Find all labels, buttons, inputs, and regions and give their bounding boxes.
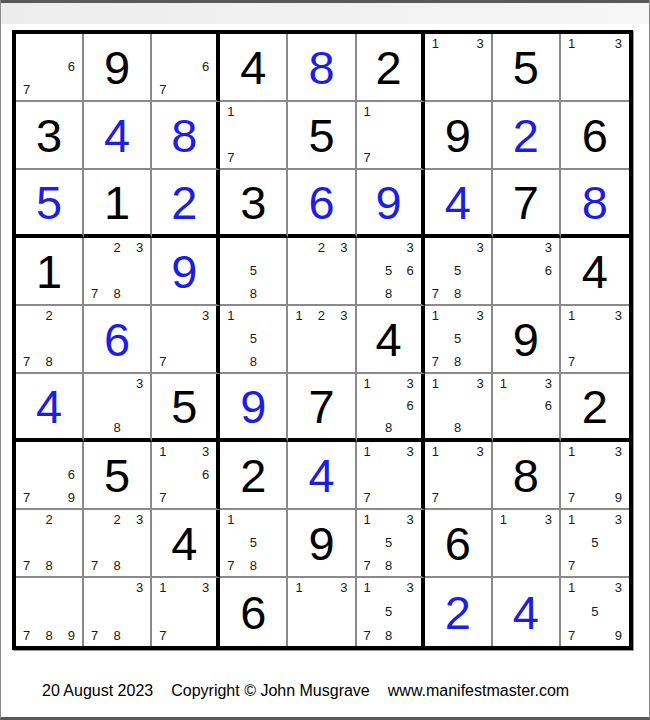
- pencil-mark-7: 7: [159, 355, 166, 368]
- pencil-mark-7: 7: [159, 491, 166, 504]
- pencil-mark-7: 7: [91, 559, 98, 572]
- pencil-mark-8: 8: [250, 287, 257, 300]
- cell-r4c6[interactable]: 3568: [357, 238, 425, 306]
- footer-credit: 20 August 2023Copyright © John Musgravew…: [42, 682, 569, 700]
- pencil-mark-3: 3: [545, 513, 552, 526]
- pencil-mark-1: 1: [227, 513, 234, 526]
- pencil-mark-5: 5: [591, 536, 598, 549]
- pencil-mark-1: 1: [364, 581, 371, 594]
- cell-r1c4[interactable]: 4: [220, 34, 288, 102]
- pencil-mark-3: 3: [477, 445, 484, 458]
- pencil-mark-7: 7: [364, 151, 371, 164]
- given-digit: 5: [171, 383, 197, 430]
- pencil-mark-7: 7: [227, 559, 234, 572]
- pencil-mark-1: 1: [295, 581, 302, 594]
- solved-digit: 2: [171, 179, 197, 226]
- solved-digit: 8: [171, 112, 197, 159]
- cell-r3c7[interactable]: 4: [425, 170, 493, 238]
- cell-r5c4[interactable]: 158: [220, 306, 288, 374]
- cell-r2c1[interactable]: 3: [16, 102, 84, 170]
- solved-digit: 6: [104, 316, 130, 363]
- cell-r4c3[interactable]: 9: [152, 238, 220, 306]
- pencil-mark-3: 3: [406, 581, 413, 594]
- pencil-mark-2: 2: [318, 241, 325, 254]
- given-digit: 6: [582, 112, 608, 159]
- pencil-mark-3: 3: [136, 513, 143, 526]
- cell-r7c1[interactable]: 679: [16, 442, 84, 510]
- pencil-marks: 1367: [159, 445, 209, 504]
- pencil-mark-3: 3: [136, 377, 143, 390]
- cell-r3c8[interactable]: 7: [493, 170, 561, 238]
- cell-r7c2[interactable]: 5: [84, 442, 152, 510]
- pencil-mark-8: 8: [114, 629, 121, 642]
- pencil-marks: 1379: [568, 445, 622, 504]
- pencil-mark-5: 5: [250, 264, 257, 277]
- pencil-mark-3: 3: [340, 241, 347, 254]
- pencil-mark-3: 3: [477, 37, 484, 50]
- pencil-mark-8: 8: [454, 355, 461, 368]
- pencil-mark-8: 8: [385, 421, 392, 434]
- pencil-marks: 3578: [432, 241, 484, 300]
- pencil-mark-3: 3: [406, 377, 413, 390]
- pencil-marks: 1578: [227, 513, 279, 572]
- pencil-marks: 679: [23, 445, 75, 504]
- pencil-mark-7: 7: [23, 355, 30, 368]
- cell-r7c7[interactable]: 137: [425, 442, 493, 510]
- pencil-marks: 137: [432, 445, 484, 504]
- pencil-mark-8: 8: [385, 287, 392, 300]
- pencil-marks: 13: [295, 581, 347, 642]
- pencil-mark-2: 2: [114, 241, 121, 254]
- pencil-mark-9: 9: [615, 629, 622, 642]
- pencil-mark-3: 3: [615, 37, 622, 50]
- pencil-mark-1: 1: [432, 309, 439, 322]
- cell-r2c7[interactable]: 9: [425, 102, 493, 170]
- pencil-mark-8: 8: [454, 421, 461, 434]
- given-digit: 9: [513, 316, 539, 363]
- cell-r9c2[interactable]: 378: [84, 578, 152, 646]
- pencil-mark-7: 7: [568, 355, 575, 368]
- pencil-mark-3: 3: [545, 377, 552, 390]
- cell-r1c6[interactable]: 2: [357, 34, 425, 102]
- cell-r1c9[interactable]: 13: [561, 34, 629, 102]
- pencil-mark-1: 1: [500, 377, 507, 390]
- solved-digit: 9: [171, 248, 197, 295]
- pencil-mark-6: 6: [545, 399, 552, 412]
- cell-r6c7[interactable]: 138: [425, 374, 493, 442]
- pencil-mark-5: 5: [385, 605, 392, 618]
- solved-digit: 2: [445, 589, 471, 636]
- pencil-mark-7: 7: [568, 629, 575, 642]
- cell-r2c6[interactable]: 17: [357, 102, 425, 170]
- pencil-marks: 13: [568, 37, 622, 96]
- pencil-marks: 123: [295, 309, 347, 368]
- cell-r6c8[interactable]: 136: [493, 374, 561, 442]
- cell-r2c2[interactable]: 4: [84, 102, 152, 170]
- pencil-mark-8: 8: [114, 559, 121, 572]
- cell-r7c4[interactable]: 2: [220, 442, 288, 510]
- pencil-mark-2: 2: [114, 513, 121, 526]
- solved-digit: 4: [513, 589, 539, 636]
- cell-r6c2[interactable]: 38: [84, 374, 152, 442]
- pencil-mark-6: 6: [406, 264, 413, 277]
- cell-r9c5[interactable]: 13: [288, 578, 356, 646]
- pencil-mark-7: 7: [364, 629, 371, 642]
- pencil-mark-1: 1: [227, 309, 234, 322]
- pencil-mark-6: 6: [406, 399, 413, 412]
- pencil-mark-1: 1: [432, 445, 439, 458]
- pencil-mark-7: 7: [91, 629, 98, 642]
- pencil-marks: 13578: [364, 513, 414, 572]
- cell-r6c9[interactable]: 2: [561, 374, 629, 442]
- cell-r5c2[interactable]: 6: [84, 306, 152, 374]
- solved-digit: 6: [308, 179, 334, 226]
- cell-r3c2[interactable]: 1: [84, 170, 152, 238]
- given-digit: 2: [582, 383, 608, 430]
- cell-r2c3[interactable]: 8: [152, 102, 220, 170]
- given-digit: 9: [445, 112, 471, 159]
- cell-r1c8[interactable]: 5: [493, 34, 561, 102]
- cell-r6c5[interactable]: 7: [288, 374, 356, 442]
- cell-r7c6[interactable]: 137: [357, 442, 425, 510]
- pencil-mark-3: 3: [615, 445, 622, 458]
- pencil-mark-3: 3: [340, 309, 347, 322]
- pencil-marks: 136: [500, 377, 552, 434]
- pencil-mark-3: 3: [477, 241, 484, 254]
- given-digit: 4: [171, 520, 197, 567]
- pencil-mark-1: 1: [568, 581, 575, 594]
- pencil-mark-8: 8: [114, 287, 121, 300]
- cell-r9c8[interactable]: 4: [493, 578, 561, 646]
- footer-website: www.manifestmaster.com: [388, 682, 569, 699]
- pencil-marks: 158: [227, 309, 279, 368]
- cell-r3c3[interactable]: 2: [152, 170, 220, 238]
- pencil-marks: 13: [432, 37, 484, 96]
- pencil-mark-7: 7: [432, 355, 439, 368]
- pencil-mark-1: 1: [568, 445, 575, 458]
- cell-r1c1[interactable]: 67: [16, 34, 84, 102]
- pencil-mark-5: 5: [454, 332, 461, 345]
- pencil-mark-3: 3: [202, 445, 209, 458]
- pencil-mark-8: 8: [250, 559, 257, 572]
- cell-r8c6[interactable]: 13578: [357, 510, 425, 578]
- pencil-mark-8: 8: [45, 355, 52, 368]
- pencil-marks: 17: [227, 105, 279, 164]
- solved-digit: 4: [104, 112, 130, 159]
- pencil-marks: 37: [159, 309, 209, 368]
- cell-r2c4[interactable]: 17: [220, 102, 288, 170]
- pencil-mark-3: 3: [202, 581, 209, 594]
- given-digit: 9: [104, 44, 130, 91]
- pencil-marks: 137: [364, 445, 414, 504]
- cell-r2c8[interactable]: 2: [493, 102, 561, 170]
- pencil-marks: 3568: [364, 241, 414, 300]
- given-digit: 1: [36, 248, 62, 295]
- pencil-mark-6: 6: [68, 468, 75, 481]
- pencil-mark-1: 1: [227, 105, 234, 118]
- window-chrome-band: [0, 0, 650, 24]
- footer-copyright: Copyright © John Musgrave: [171, 682, 370, 699]
- pencil-mark-3: 3: [477, 309, 484, 322]
- pencil-mark-7: 7: [568, 491, 575, 504]
- solved-digit: 8: [582, 179, 608, 226]
- pencil-mark-5: 5: [591, 605, 598, 618]
- pencil-marks: 1368: [364, 377, 414, 434]
- pencil-mark-1: 1: [364, 377, 371, 390]
- cell-r8c2[interactable]: 2378: [84, 510, 152, 578]
- cell-r6c1[interactable]: 4: [16, 374, 84, 442]
- cell-r8c4[interactable]: 1578: [220, 510, 288, 578]
- pencil-mark-9: 9: [615, 491, 622, 504]
- pencil-mark-7: 7: [23, 491, 30, 504]
- pencil-mark-7: 7: [91, 287, 98, 300]
- pencil-mark-9: 9: [68, 629, 75, 642]
- cell-r2c5[interactable]: 5: [288, 102, 356, 170]
- cell-r3c1[interactable]: 5: [16, 170, 84, 238]
- pencil-marks: 378: [91, 581, 143, 642]
- cell-r4c1[interactable]: 1: [16, 238, 84, 306]
- pencil-marks: 58: [227, 241, 279, 300]
- pencil-mark-3: 3: [615, 513, 622, 526]
- cell-r7c5[interactable]: 4: [288, 442, 356, 510]
- pencil-mark-1: 1: [432, 377, 439, 390]
- pencil-mark-5: 5: [385, 264, 392, 277]
- cell-r5c6[interactable]: 4: [357, 306, 425, 374]
- pencil-marks: 1357: [568, 513, 622, 572]
- solved-digit: 4: [36, 383, 62, 430]
- given-digit: 5: [104, 452, 130, 499]
- cell-r3c6[interactable]: 9: [357, 170, 425, 238]
- given-digit: 7: [513, 179, 539, 226]
- pencil-mark-1: 1: [364, 445, 371, 458]
- pencil-mark-7: 7: [159, 83, 166, 96]
- cell-r5c8[interactable]: 9: [493, 306, 561, 374]
- pencil-mark-7: 7: [23, 83, 30, 96]
- cell-r8c1[interactable]: 278: [16, 510, 84, 578]
- given-digit: 4: [240, 44, 266, 91]
- cell-r9c7[interactable]: 2: [425, 578, 493, 646]
- cell-r3c4[interactable]: 3: [220, 170, 288, 238]
- given-digit: 5: [308, 112, 334, 159]
- pencil-mark-2: 2: [45, 309, 52, 322]
- pencil-marks: 789: [23, 581, 75, 642]
- pencil-mark-8: 8: [454, 287, 461, 300]
- cell-r9c1[interactable]: 789: [16, 578, 84, 646]
- footer-date: 20 August 2023: [42, 682, 153, 699]
- pencil-mark-1: 1: [295, 309, 302, 322]
- cell-r1c2[interactable]: 9: [84, 34, 152, 102]
- given-digit: 9: [308, 520, 334, 567]
- pencil-mark-9: 9: [68, 491, 75, 504]
- cell-r7c9[interactable]: 1379: [561, 442, 629, 510]
- pencil-mark-1: 1: [500, 513, 507, 526]
- pencil-mark-3: 3: [136, 241, 143, 254]
- pencil-mark-3: 3: [615, 309, 622, 322]
- pencil-marks: 138: [432, 377, 484, 434]
- cell-r5c9[interactable]: 137: [561, 306, 629, 374]
- cell-r5c3[interactable]: 37: [152, 306, 220, 374]
- given-digit: 7: [308, 383, 334, 430]
- given-digit: 1: [104, 179, 130, 226]
- pencil-mark-8: 8: [385, 559, 392, 572]
- pencil-mark-7: 7: [432, 287, 439, 300]
- sudoku-board: 6796748213513348175179265123694781237895…: [12, 30, 633, 650]
- pencil-mark-6: 6: [202, 60, 209, 73]
- pencil-mark-2: 2: [318, 309, 325, 322]
- pencil-mark-7: 7: [23, 559, 30, 572]
- pencil-mark-8: 8: [45, 559, 52, 572]
- pencil-mark-3: 3: [406, 241, 413, 254]
- pencil-mark-8: 8: [114, 421, 121, 434]
- cell-r6c3[interactable]: 5: [152, 374, 220, 442]
- pencil-marks: 67: [159, 37, 209, 96]
- pencil-marks: 17: [364, 105, 414, 164]
- pencil-mark-7: 7: [364, 491, 371, 504]
- solved-digit: 4: [445, 179, 471, 226]
- cell-r9c4[interactable]: 6: [220, 578, 288, 646]
- pencil-marks: 2378: [91, 513, 143, 572]
- pencil-mark-5: 5: [250, 332, 257, 345]
- cell-r5c7[interactable]: 13578: [425, 306, 493, 374]
- cell-r4c2[interactable]: 2378: [84, 238, 152, 306]
- cell-r2c9[interactable]: 6: [561, 102, 629, 170]
- cell-r8c5[interactable]: 9: [288, 510, 356, 578]
- solved-digit: 4: [308, 452, 334, 499]
- pencil-marks: 13578: [432, 309, 484, 368]
- pencil-mark-3: 3: [406, 445, 413, 458]
- given-digit: 2: [240, 452, 266, 499]
- pencil-mark-1: 1: [568, 37, 575, 50]
- pencil-mark-6: 6: [202, 468, 209, 481]
- cell-r4c9[interactable]: 4: [561, 238, 629, 306]
- cell-r8c7[interactable]: 6: [425, 510, 493, 578]
- pencil-mark-3: 3: [340, 581, 347, 594]
- cell-r8c8[interactable]: 13: [493, 510, 561, 578]
- cell-r8c9[interactable]: 1357: [561, 510, 629, 578]
- pencil-marks: 13579: [568, 581, 622, 642]
- cell-r4c5[interactable]: 23: [288, 238, 356, 306]
- cell-r5c5[interactable]: 123: [288, 306, 356, 374]
- pencil-mark-5: 5: [250, 536, 257, 549]
- pencil-mark-5: 5: [385, 536, 392, 549]
- given-digit: 2: [376, 44, 402, 91]
- pencil-mark-1: 1: [159, 581, 166, 594]
- solved-digit: 9: [376, 179, 402, 226]
- pencil-mark-3: 3: [406, 513, 413, 526]
- pencil-mark-6: 6: [545, 264, 552, 277]
- pencil-marks: 13: [500, 513, 552, 572]
- pencil-marks: 13578: [364, 581, 414, 642]
- given-digit: 4: [376, 316, 402, 363]
- cell-r1c3[interactable]: 67: [152, 34, 220, 102]
- pencil-mark-6: 6: [68, 60, 75, 73]
- pencil-marks: 137: [568, 309, 622, 368]
- pencil-mark-7: 7: [432, 491, 439, 504]
- given-digit: 3: [240, 179, 266, 226]
- cell-r5c1[interactable]: 278: [16, 306, 84, 374]
- cell-r7c3[interactable]: 1367: [152, 442, 220, 510]
- pencil-mark-3: 3: [545, 241, 552, 254]
- cell-r4c8[interactable]: 36: [493, 238, 561, 306]
- pencil-mark-3: 3: [202, 309, 209, 322]
- pencil-marks: 38: [91, 377, 143, 434]
- cell-r7c8[interactable]: 8: [493, 442, 561, 510]
- solved-digit: 8: [308, 44, 334, 91]
- solved-digit: 2: [513, 112, 539, 159]
- pencil-mark-1: 1: [432, 37, 439, 50]
- pencil-mark-1: 1: [364, 105, 371, 118]
- pencil-mark-8: 8: [250, 355, 257, 368]
- pencil-marks: 278: [23, 513, 75, 572]
- pencil-marks: 137: [159, 581, 209, 642]
- cell-r3c9[interactable]: 8: [561, 170, 629, 238]
- given-digit: 8: [513, 452, 539, 499]
- pencil-mark-2: 2: [45, 513, 52, 526]
- cell-r9c9[interactable]: 13579: [561, 578, 629, 646]
- pencil-mark-5: 5: [454, 264, 461, 277]
- given-digit: 6: [240, 589, 266, 636]
- cell-r4c7[interactable]: 3578: [425, 238, 493, 306]
- pencil-mark-3: 3: [615, 581, 622, 594]
- pencil-marks: 23: [295, 241, 347, 300]
- cell-r3c5[interactable]: 6: [288, 170, 356, 238]
- pencil-mark-1: 1: [364, 513, 371, 526]
- given-digit: 6: [445, 520, 471, 567]
- pencil-marks: 36: [500, 241, 552, 300]
- cell-r9c3[interactable]: 137: [152, 578, 220, 646]
- cell-r1c7[interactable]: 13: [425, 34, 493, 102]
- solved-digit: 5: [36, 179, 62, 226]
- pencil-mark-8: 8: [385, 629, 392, 642]
- pencil-mark-8: 8: [45, 629, 52, 642]
- cell-r6c6[interactable]: 1368: [357, 374, 425, 442]
- pencil-mark-3: 3: [477, 377, 484, 390]
- pencil-marks: 2378: [91, 241, 143, 300]
- pencil-mark-3: 3: [136, 581, 143, 594]
- pencil-mark-1: 1: [568, 309, 575, 322]
- given-digit: 5: [513, 44, 539, 91]
- given-digit: 3: [36, 112, 62, 159]
- cell-r6c4[interactable]: 9: [220, 374, 288, 442]
- pencil-mark-7: 7: [227, 151, 234, 164]
- solved-digit: 9: [240, 383, 266, 430]
- pencil-mark-7: 7: [23, 629, 30, 642]
- cell-r8c3[interactable]: 4: [152, 510, 220, 578]
- pencil-mark-1: 1: [568, 513, 575, 526]
- cell-r4c4[interactable]: 58: [220, 238, 288, 306]
- given-digit: 4: [582, 248, 608, 295]
- pencil-mark-7: 7: [159, 629, 166, 642]
- cell-r9c6[interactable]: 13578: [357, 578, 425, 646]
- pencil-marks: 67: [23, 37, 75, 96]
- pencil-mark-7: 7: [364, 559, 371, 572]
- pencil-mark-7: 7: [568, 559, 575, 572]
- cell-r1c5[interactable]: 8: [288, 34, 356, 102]
- pencil-marks: 278: [23, 309, 75, 368]
- pencil-mark-1: 1: [159, 445, 166, 458]
